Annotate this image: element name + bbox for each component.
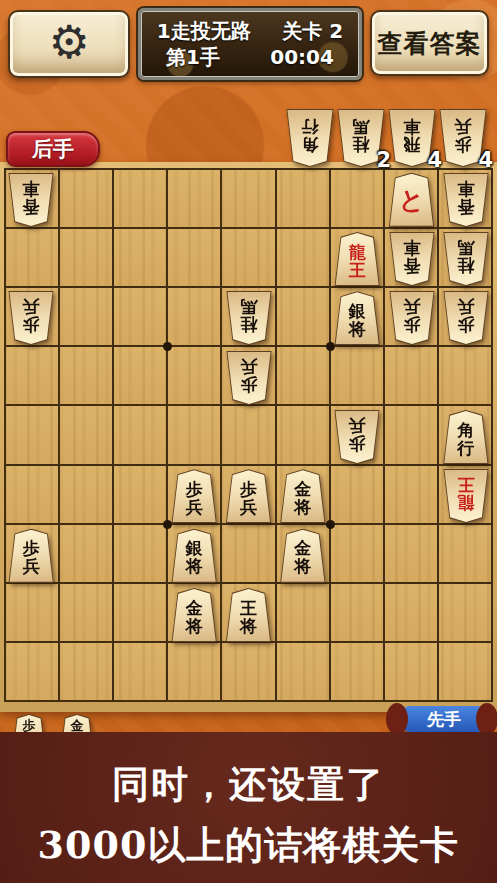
piece-glyph: 飛 (404, 136, 421, 154)
hand-count-badge: 2 (376, 148, 391, 172)
shogi-piece-9c[interactable]: 歩兵 (8, 291, 54, 345)
piece-glyph: 兵 (240, 357, 257, 375)
piece-glyph: 将 (186, 558, 203, 576)
piece-glyph: 行 (302, 118, 319, 136)
status-panel: 1走投无路 关卡 2 第1手 00:04 (138, 8, 362, 80)
stage-number: 关卡 2 (282, 19, 343, 43)
piece-glyph: 将 (349, 321, 366, 339)
piece-glyph: 香 (403, 257, 420, 275)
gote-player-label: 后手 (6, 131, 100, 167)
star-point (326, 520, 335, 529)
app-screen: ⚙ 1走投无路 关卡 2 第1手 00:04 查看答案 后手 先手 角行桂馬2飛… (0, 0, 497, 883)
shogi-board: 香車と香車龍王香車桂馬歩兵桂馬銀将歩兵歩兵歩兵歩兵角行歩兵歩兵金将龍王歩兵銀将金… (0, 162, 497, 712)
gote-hand-tray: 角行桂馬2飛車4歩兵4 (286, 109, 487, 167)
piece-glyph: 兵 (403, 298, 420, 316)
settings-button[interactable]: ⚙ (8, 10, 130, 78)
gear-icon: ⚙ (48, 19, 89, 65)
piece-layer: 香車と香車龍王香車桂馬歩兵桂馬銀将歩兵歩兵歩兵歩兵角行歩兵歩兵金将龍王歩兵銀将金… (4, 168, 493, 702)
piece-glyph: 歩 (23, 719, 36, 733)
hand-count-badge: 4 (427, 148, 442, 172)
shogi-piece-4f[interactable]: 金将 (280, 469, 326, 523)
piece-glyph: 歩 (403, 316, 420, 334)
piece-glyph: 歩 (23, 316, 40, 334)
shogi-piece-5h[interactable]: 王将 (226, 588, 272, 642)
shogi-piece-3b[interactable]: 龍王 (334, 232, 380, 286)
timer: 00:04 (270, 45, 334, 69)
hand-count-badge: 4 (478, 148, 493, 172)
piece-glyph: 香 (457, 197, 474, 215)
promo-line1: 同时，还设置了 (0, 760, 497, 810)
piece-glyph: 行 (457, 440, 474, 458)
piece-glyph: 兵 (186, 499, 203, 517)
piece-glyph: 金 (186, 600, 203, 618)
shogi-piece-1b[interactable]: 桂馬 (443, 232, 489, 286)
piece-glyph: 香 (23, 197, 40, 215)
piece-glyph: 龍 (349, 244, 366, 262)
piece-glyph: 金 (71, 719, 84, 733)
piece-glyph: 将 (240, 618, 257, 636)
piece-glyph: 馬 (353, 118, 370, 136)
hand-piece-桂馬[interactable]: 桂馬2 (337, 109, 385, 167)
piece-glyph: 角 (302, 136, 319, 154)
piece-glyph: 兵 (23, 558, 40, 576)
shogi-piece-2c[interactable]: 歩兵 (389, 291, 435, 345)
piece-glyph: 兵 (349, 417, 366, 435)
piece-glyph: 桂 (457, 257, 474, 275)
shogi-piece-9a[interactable]: 香車 (8, 173, 54, 227)
shogi-piece-6h[interactable]: 金将 (171, 588, 217, 642)
piece-glyph: 角 (457, 422, 474, 440)
shogi-piece-6f[interactable]: 歩兵 (171, 469, 217, 523)
piece-glyph: 馬 (240, 298, 257, 316)
shogi-piece-1f[interactable]: 龍王 (443, 469, 489, 523)
shogi-piece-2a[interactable]: と (389, 173, 435, 227)
move-counter: 第1手 (166, 45, 220, 69)
piece-glyph: 兵 (455, 118, 472, 136)
piece-glyph: 将 (294, 499, 311, 517)
piece-glyph: 龍 (457, 494, 474, 512)
piece-glyph: 桂 (353, 136, 370, 154)
sente-player-label: 先手 (398, 706, 490, 732)
hand-piece-飛車[interactable]: 飛車4 (388, 109, 436, 167)
shogi-piece-1a[interactable]: 香車 (443, 173, 489, 227)
shogi-piece-1e[interactable]: 角行 (443, 410, 489, 464)
promo-line2: 3000以上的诘将棋关卡 (0, 820, 497, 871)
piece-glyph: 歩 (349, 435, 366, 453)
piece-glyph: 王 (349, 262, 366, 280)
piece-glyph: 歩 (457, 316, 474, 334)
piece-glyph: 車 (404, 118, 421, 136)
shogi-piece-4g[interactable]: 金将 (280, 529, 326, 583)
shogi-piece-5f[interactable]: 歩兵 (226, 469, 272, 523)
shogi-piece-9g[interactable]: 歩兵 (8, 529, 54, 583)
shogi-piece-6g[interactable]: 銀将 (171, 529, 217, 583)
shogi-piece-2b[interactable]: 香車 (389, 232, 435, 286)
piece-glyph: 車 (403, 239, 420, 257)
shogi-piece-5d[interactable]: 歩兵 (226, 351, 272, 405)
piece-glyph: 馬 (457, 239, 474, 257)
stage-title: 1走投无路 (157, 19, 251, 43)
piece-glyph: 桂 (240, 316, 257, 334)
shogi-piece-3c[interactable]: 銀将 (334, 291, 380, 345)
piece-glyph: 将 (186, 618, 203, 636)
piece-glyph: 兵 (240, 499, 257, 517)
shogi-piece-1c[interactable]: 歩兵 (443, 291, 489, 345)
piece-glyph: 王 (240, 600, 257, 618)
piece-glyph: 王 (457, 476, 474, 494)
piece-glyph: 兵 (457, 298, 474, 316)
promo-banner: 同时，还设置了 3000以上的诘将棋关卡 (0, 732, 497, 883)
view-answer-button[interactable]: 查看答案 (370, 10, 489, 76)
piece-glyph: 将 (294, 558, 311, 576)
piece-glyph: 歩 (455, 136, 472, 154)
hand-piece-角行[interactable]: 角行 (286, 109, 334, 167)
piece-glyph: と (399, 188, 425, 214)
piece-glyph: 兵 (23, 298, 40, 316)
piece-glyph: 車 (457, 179, 474, 197)
piece-glyph: 歩 (240, 375, 257, 393)
hand-piece-歩兵[interactable]: 歩兵4 (439, 109, 487, 167)
star-point (163, 342, 172, 351)
piece-glyph: 車 (23, 179, 40, 197)
shogi-piece-3e[interactable]: 歩兵 (334, 410, 380, 464)
shogi-piece-5c[interactable]: 桂馬 (226, 291, 272, 345)
